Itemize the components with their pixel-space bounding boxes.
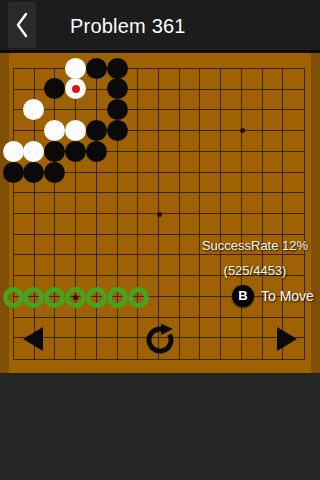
board-cell[interactable] — [97, 173, 118, 194]
board-cell[interactable] — [242, 90, 263, 111]
board-cell[interactable] — [76, 235, 97, 256]
board-cell[interactable] — [118, 318, 139, 339]
white-stone — [65, 120, 86, 141]
board-cell[interactable] — [180, 110, 201, 131]
board-cell[interactable] — [138, 90, 159, 111]
black-stone — [107, 78, 128, 99]
board-cell[interactable] — [242, 193, 263, 214]
board-cell[interactable] — [138, 193, 159, 214]
board-cell[interactable] — [221, 152, 242, 173]
black-stone — [86, 120, 107, 141]
board-cell[interactable] — [159, 255, 180, 276]
board-cell[interactable] — [159, 173, 180, 194]
board-cell[interactable] — [159, 69, 180, 90]
board-cell[interactable] — [138, 235, 159, 256]
board-cell[interactable] — [180, 297, 201, 318]
back-chevron-icon — [15, 11, 29, 39]
black-stone — [65, 141, 86, 162]
board-cell[interactable] — [283, 110, 304, 131]
bottom-empty-area — [0, 373, 320, 480]
board-cell[interactable] — [159, 131, 180, 152]
board-cell[interactable] — [200, 214, 221, 235]
board-cell[interactable] — [76, 318, 97, 339]
to-move-indicator: B To Move — [232, 285, 314, 307]
board-cell[interactable] — [118, 214, 139, 235]
board-cell[interactable] — [55, 318, 76, 339]
board-cell[interactable] — [263, 69, 284, 90]
board-cell[interactable] — [200, 69, 221, 90]
board-cell[interactable] — [138, 152, 159, 173]
board-cell[interactable] — [263, 173, 284, 194]
board-cell[interactable] — [283, 193, 304, 214]
board-cell[interactable] — [76, 173, 97, 194]
board-cell[interactable] — [118, 152, 139, 173]
go-board[interactable]: SuccessRate 12% (525/4453) B To Move — [0, 53, 320, 373]
board-cell[interactable] — [200, 90, 221, 111]
to-move-label: To Move — [261, 288, 314, 304]
board-cell[interactable] — [263, 110, 284, 131]
board-cell[interactable] — [97, 193, 118, 214]
board-cell[interactable] — [159, 110, 180, 131]
board-cell[interactable] — [263, 152, 284, 173]
board-cell[interactable] — [221, 318, 242, 339]
board-cell[interactable] — [35, 214, 56, 235]
board-cell[interactable] — [221, 131, 242, 152]
board-cell[interactable] — [35, 255, 56, 276]
board-cell[interactable] — [118, 173, 139, 194]
board-cell[interactable] — [200, 110, 221, 131]
board-cell[interactable] — [283, 173, 304, 194]
board-cell[interactable] — [242, 173, 263, 194]
board-cell[interactable] — [118, 255, 139, 276]
retry-button[interactable] — [142, 322, 178, 359]
green-circle-marker — [86, 287, 107, 308]
black-stone — [107, 120, 128, 141]
success-rate-text: SuccessRate 12% — [190, 233, 320, 258]
green-circle-marker — [3, 287, 24, 308]
last-move-red-dot — [72, 85, 80, 93]
page-title: Problem 361 — [70, 0, 186, 50]
black-stone — [107, 58, 128, 79]
board-cell[interactable] — [180, 318, 201, 339]
board-cell[interactable] — [283, 214, 304, 235]
board-cell[interactable] — [138, 214, 159, 235]
board-left-margin — [0, 53, 9, 373]
black-stone — [86, 58, 107, 79]
board-cell[interactable] — [242, 318, 263, 339]
board-cell[interactable] — [35, 193, 56, 214]
board-cell[interactable] — [76, 193, 97, 214]
green-circle-marker — [128, 287, 149, 308]
board-cell[interactable] — [180, 193, 201, 214]
board-cell[interactable] — [180, 338, 201, 359]
board-cell[interactable] — [283, 152, 304, 173]
board-cell[interactable] — [283, 69, 304, 90]
board-cell[interactable] — [200, 173, 221, 194]
board-cell[interactable] — [138, 255, 159, 276]
board-cell[interactable] — [55, 235, 76, 256]
board-cell[interactable] — [159, 90, 180, 111]
board-cell[interactable] — [97, 255, 118, 276]
board-cell[interactable] — [14, 69, 35, 90]
board-cell[interactable] — [138, 110, 159, 131]
board-cell[interactable] — [221, 173, 242, 194]
board-cell[interactable] — [14, 255, 35, 276]
board-cell[interactable] — [263, 131, 284, 152]
green-circle-marker — [44, 287, 65, 308]
board-cell[interactable] — [138, 173, 159, 194]
back-button[interactable] — [8, 2, 36, 48]
black-stone — [3, 162, 24, 183]
board-cell[interactable] — [200, 338, 221, 359]
board-cell[interactable] — [14, 235, 35, 256]
board-cell[interactable] — [97, 318, 118, 339]
white-stone — [3, 141, 24, 162]
board-cell[interactable] — [76, 338, 97, 359]
board-cell[interactable] — [242, 69, 263, 90]
board-cell[interactable] — [263, 90, 284, 111]
board-cell[interactable] — [242, 152, 263, 173]
board-cell[interactable] — [283, 131, 304, 152]
board-cell[interactable] — [242, 214, 263, 235]
board-right-margin — [311, 53, 320, 373]
board-cell[interactable] — [159, 297, 180, 318]
board-cell[interactable] — [55, 193, 76, 214]
board-cell[interactable] — [76, 255, 97, 276]
black-stone — [44, 141, 65, 162]
problem-stats: SuccessRate 12% (525/4453) — [190, 233, 320, 283]
board-cell[interactable] — [242, 131, 263, 152]
board-cell[interactable] — [221, 338, 242, 359]
board-cell[interactable] — [118, 193, 139, 214]
board-cell[interactable] — [159, 276, 180, 297]
board-cell[interactable] — [118, 338, 139, 359]
board-cell[interactable] — [221, 193, 242, 214]
to-move-stone-icon: B — [232, 285, 254, 307]
board-cell[interactable] — [200, 297, 221, 318]
star-point — [157, 212, 162, 217]
board-cell[interactable] — [35, 235, 56, 256]
app-screen: Problem 361 SuccessRate 12% (525/4453) B… — [0, 0, 320, 480]
refresh-icon — [142, 322, 178, 359]
board-cell[interactable] — [180, 90, 201, 111]
board-cell[interactable] — [97, 338, 118, 359]
board-cell[interactable] — [221, 214, 242, 235]
board-cell[interactable] — [97, 214, 118, 235]
board-cell[interactable] — [97, 235, 118, 256]
board-cell[interactable] — [200, 318, 221, 339]
board-cell[interactable] — [14, 214, 35, 235]
board-cell[interactable] — [180, 131, 201, 152]
green-circle-marker — [107, 287, 128, 308]
board-cell[interactable] — [159, 214, 180, 235]
green-circle-marker — [65, 287, 86, 308]
board-cell[interactable] — [159, 193, 180, 214]
board-cell[interactable] — [159, 152, 180, 173]
board-cell[interactable] — [76, 214, 97, 235]
board-cell[interactable] — [242, 338, 263, 359]
star-point — [240, 128, 245, 133]
board-cell[interactable] — [221, 110, 242, 131]
board-cell[interactable] — [55, 338, 76, 359]
board-cell[interactable] — [55, 255, 76, 276]
board-cell[interactable] — [14, 193, 35, 214]
black-stone — [107, 99, 128, 120]
board-cell[interactable] — [159, 235, 180, 256]
board-cell[interactable] — [200, 152, 221, 173]
board-cell[interactable] — [180, 214, 201, 235]
board-cell[interactable] — [200, 131, 221, 152]
board-cell[interactable] — [200, 193, 221, 214]
white-stone — [65, 58, 86, 79]
board-cell[interactable] — [138, 69, 159, 90]
prev-problem-button[interactable] — [23, 327, 43, 351]
board-cell[interactable] — [180, 69, 201, 90]
black-stone — [86, 141, 107, 162]
board-cell[interactable] — [138, 131, 159, 152]
black-stone — [23, 162, 44, 183]
board-cell[interactable] — [180, 152, 201, 173]
board-cell[interactable] — [55, 214, 76, 235]
board-cell[interactable] — [221, 90, 242, 111]
black-stone — [44, 162, 65, 183]
attempts-text: (525/4453) — [190, 258, 320, 283]
app-header: Problem 361 — [0, 0, 320, 53]
board-cell[interactable] — [283, 90, 304, 111]
board-cell[interactable] — [242, 110, 263, 131]
board-cell[interactable] — [263, 193, 284, 214]
board-cell[interactable] — [221, 69, 242, 90]
next-problem-button[interactable] — [277, 327, 297, 351]
board-cell[interactable] — [180, 173, 201, 194]
board-cell[interactable] — [118, 235, 139, 256]
board-cell[interactable] — [263, 214, 284, 235]
